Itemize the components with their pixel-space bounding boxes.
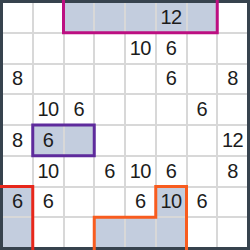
cell-r4c4[interactable] — [126, 126, 155, 155]
cell-r5c6[interactable] — [188, 157, 217, 186]
cell-r5c3[interactable]: 6 — [95, 157, 124, 186]
cell-r2c4[interactable] — [126, 65, 155, 94]
cell-r5c5[interactable]: 6 — [157, 157, 186, 186]
puzzle-grid: 12106868106686121061068666106 — [3, 3, 247, 247]
cell-r6c2[interactable] — [65, 188, 94, 217]
cell-r5c7[interactable]: 8 — [218, 157, 247, 186]
cell-r1c1[interactable] — [34, 34, 63, 63]
cell-r3c4[interactable] — [126, 95, 155, 124]
cell-r0c7[interactable] — [218, 3, 247, 32]
cell-r1c0[interactable] — [3, 34, 32, 63]
cell-r3c6[interactable]: 6 — [188, 95, 217, 124]
cell-r0c0[interactable] — [3, 3, 32, 32]
cell-r3c0[interactable] — [3, 95, 32, 124]
cell-r7c6[interactable] — [188, 218, 217, 247]
cell-r7c0[interactable] — [3, 218, 32, 247]
cell-r6c1[interactable]: 6 — [34, 188, 63, 217]
cell-r7c3[interactable] — [95, 218, 124, 247]
cell-r5c2[interactable] — [65, 157, 94, 186]
cell-r4c7[interactable]: 12 — [218, 126, 247, 155]
cell-r0c2[interactable] — [65, 3, 94, 32]
cell-r4c2[interactable] — [65, 126, 94, 155]
cell-r7c7[interactable] — [218, 218, 247, 247]
cell-r1c3[interactable] — [95, 34, 124, 63]
cell-r2c6[interactable] — [188, 65, 217, 94]
cell-r0c1[interactable] — [34, 3, 63, 32]
cell-r2c0[interactable]: 8 — [3, 65, 32, 94]
cell-r2c2[interactable] — [65, 65, 94, 94]
cell-r4c1[interactable]: 6 — [34, 126, 63, 155]
cell-r3c2[interactable]: 6 — [65, 95, 94, 124]
puzzle-board: 12106868106686121061068666106 — [0, 0, 250, 250]
cell-r3c1[interactable]: 10 — [34, 95, 63, 124]
cell-r2c1[interactable] — [34, 65, 63, 94]
cell-r6c5[interactable]: 10 — [157, 188, 186, 217]
cell-r3c7[interactable] — [218, 95, 247, 124]
cell-r2c7[interactable]: 8 — [218, 65, 247, 94]
cell-r7c1[interactable] — [34, 218, 63, 247]
cell-r6c7[interactable] — [218, 188, 247, 217]
cell-r0c3[interactable] — [95, 3, 124, 32]
cell-r7c4[interactable] — [126, 218, 155, 247]
cell-r3c3[interactable] — [95, 95, 124, 124]
cell-r6c4[interactable]: 6 — [126, 188, 155, 217]
cell-r0c5[interactable]: 12 — [157, 3, 186, 32]
cell-r4c5[interactable] — [157, 126, 186, 155]
cell-r7c5[interactable] — [157, 218, 186, 247]
cell-r5c0[interactable] — [3, 157, 32, 186]
cell-r0c6[interactable] — [188, 3, 217, 32]
cell-r2c3[interactable] — [95, 65, 124, 94]
cell-r6c3[interactable] — [95, 188, 124, 217]
cell-r1c2[interactable] — [65, 34, 94, 63]
cell-r5c1[interactable]: 10 — [34, 157, 63, 186]
cell-r3c5[interactable] — [157, 95, 186, 124]
cell-r6c6[interactable]: 6 — [188, 188, 217, 217]
cell-r6c0[interactable]: 6 — [3, 188, 32, 217]
cell-r1c6[interactable] — [188, 34, 217, 63]
cell-r0c4[interactable] — [126, 3, 155, 32]
cell-r5c4[interactable]: 10 — [126, 157, 155, 186]
cell-r2c5[interactable]: 6 — [157, 65, 186, 94]
cell-r1c5[interactable]: 6 — [157, 34, 186, 63]
cell-r1c4[interactable]: 10 — [126, 34, 155, 63]
cell-r4c3[interactable] — [95, 126, 124, 155]
cell-r4c6[interactable] — [188, 126, 217, 155]
cell-r7c2[interactable] — [65, 218, 94, 247]
cell-r1c7[interactable] — [218, 34, 247, 63]
cell-r4c0[interactable]: 8 — [3, 126, 32, 155]
